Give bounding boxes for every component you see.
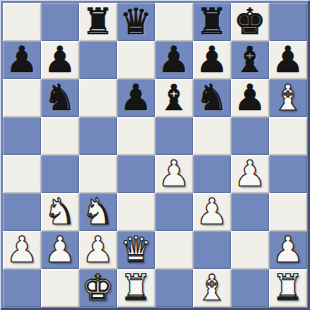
square-e1[interactable]	[155, 269, 193, 307]
square-f3[interactable]: ♟	[193, 193, 231, 231]
square-a1[interactable]	[3, 269, 41, 307]
square-d5[interactable]	[117, 117, 155, 155]
square-b5[interactable]	[41, 117, 79, 155]
square-b8[interactable]	[41, 3, 79, 41]
square-c8[interactable]: ♜	[79, 3, 117, 41]
square-d2[interactable]: ♛	[117, 231, 155, 269]
square-g3[interactable]	[231, 193, 269, 231]
square-a3[interactable]	[3, 193, 41, 231]
piece-black-pawn-d6[interactable]: ♟	[117, 79, 155, 117]
piece-white-rook-d1[interactable]: ♜	[117, 269, 155, 307]
square-c6[interactable]	[79, 79, 117, 117]
square-a6[interactable]	[3, 79, 41, 117]
square-b7[interactable]: ♟	[41, 41, 79, 79]
square-h1[interactable]: ♜	[269, 269, 307, 307]
square-b1[interactable]	[41, 269, 79, 307]
square-d8[interactable]: ♛	[117, 3, 155, 41]
square-g6[interactable]: ♟	[231, 79, 269, 117]
square-g4[interactable]: ♟	[231, 155, 269, 193]
square-b2[interactable]: ♟	[41, 231, 79, 269]
square-f5[interactable]	[193, 117, 231, 155]
square-f1[interactable]: ♝	[193, 269, 231, 307]
square-d1[interactable]: ♜	[117, 269, 155, 307]
square-e5[interactable]	[155, 117, 193, 155]
square-g7[interactable]: ♝	[231, 41, 269, 79]
piece-black-pawn-h7[interactable]: ♟	[269, 41, 307, 79]
square-d6[interactable]: ♟	[117, 79, 155, 117]
piece-white-queen-d2[interactable]: ♛	[117, 231, 155, 269]
square-e3[interactable]	[155, 193, 193, 231]
piece-black-knight-b6[interactable]: ♞	[41, 79, 79, 117]
square-d7[interactable]	[117, 41, 155, 79]
square-e4[interactable]: ♟	[155, 155, 193, 193]
piece-white-knight-c3[interactable]: ♞	[79, 193, 117, 231]
square-h5[interactable]	[269, 117, 307, 155]
square-c1[interactable]: ♚	[79, 269, 117, 307]
piece-black-pawn-b7[interactable]: ♟	[41, 41, 79, 79]
square-h2[interactable]: ♟	[269, 231, 307, 269]
piece-white-knight-b3[interactable]: ♞	[41, 193, 79, 231]
piece-white-rook-h1[interactable]: ♜	[269, 269, 307, 307]
piece-black-king-g8[interactable]: ♚	[231, 3, 269, 41]
square-a8[interactable]	[3, 3, 41, 41]
square-f2[interactable]	[193, 231, 231, 269]
square-e6[interactable]: ♝	[155, 79, 193, 117]
square-e8[interactable]	[155, 3, 193, 41]
piece-black-knight-f6[interactable]: ♞	[193, 79, 231, 117]
square-h4[interactable]	[269, 155, 307, 193]
square-d4[interactable]	[117, 155, 155, 193]
square-g1[interactable]	[231, 269, 269, 307]
square-e2[interactable]	[155, 231, 193, 269]
square-c2[interactable]: ♟	[79, 231, 117, 269]
piece-white-king-c1[interactable]: ♚	[79, 269, 117, 307]
piece-white-pawn-h2[interactable]: ♟	[269, 231, 307, 269]
piece-black-queen-d8[interactable]: ♛	[117, 3, 155, 41]
square-c5[interactable]	[79, 117, 117, 155]
piece-black-pawn-a7[interactable]: ♟	[3, 41, 41, 79]
square-b4[interactable]	[41, 155, 79, 193]
square-a5[interactable]	[3, 117, 41, 155]
square-f4[interactable]	[193, 155, 231, 193]
square-g8[interactable]: ♚	[231, 3, 269, 41]
square-c3[interactable]: ♞	[79, 193, 117, 231]
piece-white-pawn-g4[interactable]: ♟	[231, 155, 269, 193]
piece-black-pawn-f7[interactable]: ♟	[193, 41, 231, 79]
piece-white-bishop-h6[interactable]: ♝	[269, 79, 307, 117]
square-a7[interactable]: ♟	[3, 41, 41, 79]
square-d3[interactable]	[117, 193, 155, 231]
square-b6[interactable]: ♞	[41, 79, 79, 117]
piece-white-pawn-e4[interactable]: ♟	[155, 155, 193, 193]
square-c4[interactable]	[79, 155, 117, 193]
square-h6[interactable]: ♝	[269, 79, 307, 117]
square-g2[interactable]	[231, 231, 269, 269]
piece-white-pawn-f3[interactable]: ♟	[193, 193, 231, 231]
chess-board: ♜♛♜♚♟♟♟♟♝♟♞♟♝♞♟♝♟♟♞♞♟♟♟♟♛♟♚♜♝♜	[3, 3, 307, 307]
piece-white-bishop-f1[interactable]: ♝	[193, 269, 231, 307]
piece-black-pawn-e7[interactable]: ♟	[155, 41, 193, 79]
square-g5[interactable]	[231, 117, 269, 155]
square-f8[interactable]: ♜	[193, 3, 231, 41]
piece-white-pawn-b2[interactable]: ♟	[41, 231, 79, 269]
square-b3[interactable]: ♞	[41, 193, 79, 231]
piece-black-pawn-g6[interactable]: ♟	[231, 79, 269, 117]
piece-white-pawn-a2[interactable]: ♟	[3, 231, 41, 269]
piece-black-bishop-g7[interactable]: ♝	[231, 41, 269, 79]
square-h3[interactable]	[269, 193, 307, 231]
piece-black-rook-f8[interactable]: ♜	[193, 3, 231, 41]
piece-black-bishop-e6[interactable]: ♝	[155, 79, 193, 117]
square-h7[interactable]: ♟	[269, 41, 307, 79]
piece-black-rook-c8[interactable]: ♜	[79, 3, 117, 41]
square-a4[interactable]	[3, 155, 41, 193]
square-c7[interactable]	[79, 41, 117, 79]
piece-white-pawn-c2[interactable]: ♟	[79, 231, 117, 269]
square-e7[interactable]: ♟	[155, 41, 193, 79]
square-f7[interactable]: ♟	[193, 41, 231, 79]
square-f6[interactable]: ♞	[193, 79, 231, 117]
square-h8[interactable]	[269, 3, 307, 41]
square-a2[interactable]: ♟	[3, 231, 41, 269]
chess-board-frame: ♜♛♜♚♟♟♟♟♝♟♞♟♝♞♟♝♟♟♞♞♟♟♟♟♛♟♚♜♝♜	[0, 0, 310, 310]
